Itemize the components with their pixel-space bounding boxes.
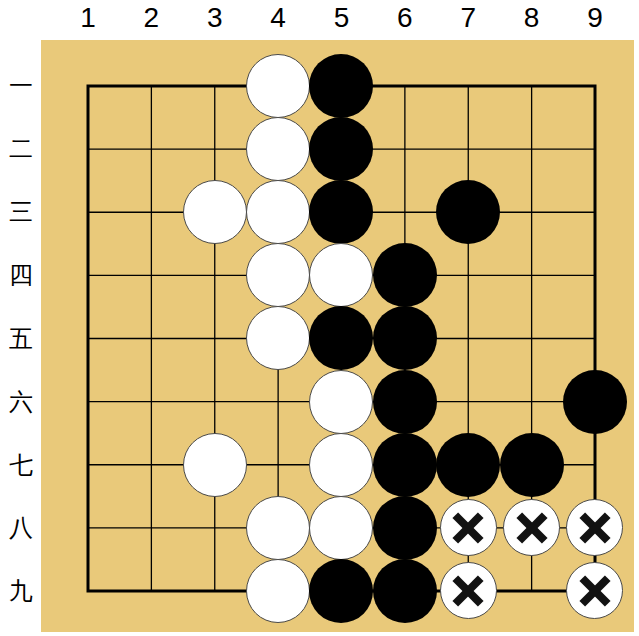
goban[interactable] — [41, 40, 634, 632]
row-label-2: 二 — [4, 136, 38, 162]
stone-black — [373, 306, 437, 370]
row-label-9: 九 — [4, 578, 38, 604]
column-label-9: 9 — [575, 2, 615, 34]
column-label-1: 1 — [68, 2, 108, 34]
stone-black — [309, 306, 373, 370]
stone-black — [563, 370, 627, 434]
row-label-5: 五 — [4, 326, 38, 352]
stones-layer — [56, 54, 626, 622]
column-label-4: 4 — [258, 2, 298, 34]
stone-white — [183, 180, 247, 244]
stone-black — [373, 496, 437, 560]
stone-black — [500, 433, 564, 497]
row-label-7: 七 — [4, 452, 38, 478]
stone-white-x-marked — [503, 499, 560, 556]
stone-white — [183, 433, 247, 497]
stone-white — [309, 496, 373, 560]
stone-black — [436, 180, 500, 244]
stone-white — [246, 54, 310, 118]
row-label-4: 四 — [4, 262, 38, 288]
stone-black — [436, 433, 500, 497]
stone-black — [309, 559, 373, 623]
stone-white — [246, 117, 310, 181]
stone-black — [309, 180, 373, 244]
row-label-3: 三 — [4, 199, 38, 225]
stone-white — [246, 306, 310, 370]
stone-black — [309, 54, 373, 118]
stone-white-x-marked — [440, 499, 497, 556]
stone-black — [309, 117, 373, 181]
row-label-6: 六 — [4, 389, 38, 415]
stone-white — [309, 370, 373, 434]
stone-white-x-marked — [440, 562, 497, 619]
stone-white-x-marked — [566, 562, 623, 619]
column-label-8: 8 — [512, 2, 552, 34]
stone-white — [246, 180, 310, 244]
column-label-5: 5 — [322, 2, 362, 34]
stone-white — [246, 559, 310, 623]
stone-white — [246, 496, 310, 560]
column-label-6: 6 — [385, 2, 425, 34]
column-label-2: 2 — [131, 2, 171, 34]
column-label-7: 7 — [448, 2, 488, 34]
stone-white — [309, 433, 373, 497]
stone-black — [373, 370, 437, 434]
stone-black — [373, 433, 437, 497]
stone-black — [373, 559, 437, 623]
stone-white — [246, 243, 310, 307]
stone-black — [373, 243, 437, 307]
row-label-8: 八 — [4, 515, 38, 541]
stone-white-x-marked — [566, 499, 623, 556]
row-label-1: 一 — [4, 73, 38, 99]
go-diagram: 123456789 一二三四五六七八九 — [0, 0, 639, 636]
column-label-3: 3 — [195, 2, 235, 34]
stone-white — [309, 243, 373, 307]
